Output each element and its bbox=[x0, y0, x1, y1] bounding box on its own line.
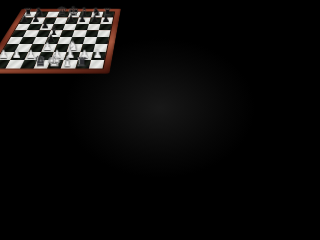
piece-white-king[interactable]: ♚ bbox=[47, 53, 61, 69]
piece-black-pawn[interactable]: ♟ bbox=[77, 14, 89, 24]
piece-white-rook[interactable]: ♜ bbox=[0, 56, 6, 68]
piece-white-pawn[interactable]: ♟ bbox=[91, 49, 104, 60]
square-h2[interactable]: ♟ bbox=[91, 52, 106, 60]
piece-white-bishop[interactable]: ♝ bbox=[61, 55, 75, 69]
chess-board: ♜♞♛♚♝♞♜♟♟♟♟♟♟♟♝♟♟♞♟♟♟♟♟♟♟♜♛♚♝♜ bbox=[0, 9, 120, 74]
piece-black-pawn[interactable]: ♟ bbox=[88, 14, 100, 24]
square-b4[interactable] bbox=[19, 37, 35, 44]
square-g4[interactable] bbox=[82, 37, 96, 44]
square-h1[interactable] bbox=[89, 60, 105, 69]
piece-white-rook[interactable]: ♜ bbox=[75, 56, 89, 68]
square-h4[interactable] bbox=[95, 37, 109, 44]
chess-scene: ♜♞♛♚♝♞♜♟♟♟♟♟♟♟♝♟♟♞♟♟♟♟♟♟♟♜♛♚♝♜ bbox=[0, 0, 120, 90]
square-a4[interactable] bbox=[7, 37, 24, 44]
piece-black-pawn[interactable]: ♟ bbox=[19, 14, 31, 24]
square-g1[interactable]: ♜ bbox=[75, 60, 91, 69]
square-h5[interactable] bbox=[97, 30, 111, 37]
square-h7[interactable]: ♟ bbox=[100, 18, 113, 24]
piece-black-pawn[interactable]: ♟ bbox=[100, 14, 112, 24]
piece-white-queen[interactable]: ♛ bbox=[33, 54, 47, 69]
piece-black-pawn[interactable]: ♟ bbox=[65, 14, 77, 24]
piece-white-pawn[interactable]: ♟ bbox=[10, 49, 24, 60]
